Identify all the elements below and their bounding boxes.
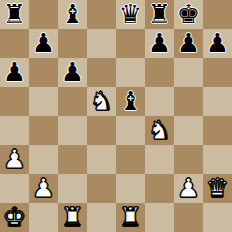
square-g6[interactable]	[174, 58, 203, 87]
square-d3[interactable]	[87, 145, 116, 174]
square-a5[interactable]	[0, 87, 29, 116]
square-a3[interactable]: ♟	[0, 145, 29, 174]
square-b3[interactable]	[29, 145, 58, 174]
square-g3[interactable]	[174, 145, 203, 174]
white-rook-piece: ♜	[119, 203, 142, 232]
black-pawn-piece: ♟	[32, 29, 55, 58]
square-e3[interactable]	[116, 145, 145, 174]
square-g1[interactable]	[174, 203, 203, 232]
square-e2[interactable]	[116, 174, 145, 203]
square-b6[interactable]	[29, 58, 58, 87]
square-f3[interactable]	[145, 145, 174, 174]
square-e4[interactable]	[116, 116, 145, 145]
square-b1[interactable]	[29, 203, 58, 232]
black-rook-piece: ♜	[148, 0, 171, 29]
square-f2[interactable]	[145, 174, 174, 203]
square-g5[interactable]	[174, 87, 203, 116]
square-f1[interactable]	[145, 203, 174, 232]
square-g8[interactable]: ♚	[174, 0, 203, 29]
square-f4[interactable]: ♞	[145, 116, 174, 145]
square-c6[interactable]: ♟	[58, 58, 87, 87]
square-a1[interactable]: ♚	[0, 203, 29, 232]
square-e1[interactable]: ♜	[116, 203, 145, 232]
white-queen-piece: ♛	[206, 174, 229, 203]
square-g7[interactable]: ♟	[174, 29, 203, 58]
black-bishop-piece: ♝	[119, 87, 142, 116]
square-b4[interactable]	[29, 116, 58, 145]
square-d7[interactable]	[87, 29, 116, 58]
square-a2[interactable]	[0, 174, 29, 203]
square-h1[interactable]	[203, 203, 232, 232]
square-g4[interactable]	[174, 116, 203, 145]
square-c5[interactable]	[58, 87, 87, 116]
black-pawn-piece: ♟	[177, 29, 200, 58]
square-c3[interactable]	[58, 145, 87, 174]
square-f8[interactable]: ♜	[145, 0, 174, 29]
square-f5[interactable]	[145, 87, 174, 116]
square-h8[interactable]	[203, 0, 232, 29]
black-pawn-piece: ♟	[206, 29, 229, 58]
black-pawn-piece: ♟	[61, 58, 84, 87]
square-b8[interactable]	[29, 0, 58, 29]
square-h2[interactable]: ♛	[203, 174, 232, 203]
white-knight-piece: ♞	[90, 87, 113, 116]
white-king-piece: ♚	[3, 203, 26, 232]
white-knight-piece: ♞	[148, 116, 171, 145]
black-rook-piece: ♜	[3, 0, 26, 29]
square-c4[interactable]	[58, 116, 87, 145]
square-c8[interactable]: ♝	[58, 0, 87, 29]
black-bishop-piece: ♝	[61, 0, 84, 29]
square-f7[interactable]: ♟	[145, 29, 174, 58]
square-e7[interactable]	[116, 29, 145, 58]
black-queen-piece: ♛	[119, 0, 142, 29]
black-pawn-piece: ♟	[3, 58, 26, 87]
square-d6[interactable]	[87, 58, 116, 87]
square-a7[interactable]	[0, 29, 29, 58]
square-h5[interactable]	[203, 87, 232, 116]
square-c1[interactable]: ♜	[58, 203, 87, 232]
square-h4[interactable]	[203, 116, 232, 145]
square-e5[interactable]: ♝	[116, 87, 145, 116]
square-a6[interactable]: ♟	[0, 58, 29, 87]
square-d8[interactable]	[87, 0, 116, 29]
square-b2[interactable]: ♟	[29, 174, 58, 203]
square-f6[interactable]	[145, 58, 174, 87]
square-b5[interactable]	[29, 87, 58, 116]
square-h6[interactable]	[203, 58, 232, 87]
square-a4[interactable]	[0, 116, 29, 145]
black-pawn-piece: ♟	[148, 29, 171, 58]
square-d1[interactable]	[87, 203, 116, 232]
white-pawn-piece: ♟	[177, 174, 200, 203]
white-pawn-piece: ♟	[3, 145, 26, 174]
black-king-piece: ♚	[177, 0, 200, 29]
square-h3[interactable]	[203, 145, 232, 174]
white-pawn-piece: ♟	[32, 174, 55, 203]
white-rook-piece: ♜	[61, 203, 84, 232]
square-e8[interactable]: ♛	[116, 0, 145, 29]
square-h7[interactable]: ♟	[203, 29, 232, 58]
square-a8[interactable]: ♜	[0, 0, 29, 29]
square-b7[interactable]: ♟	[29, 29, 58, 58]
chess-board: ♜♝♛♜♚♟♟♟♟♟♟♞♝♞♟♟♟♛♚♜♜	[0, 0, 232, 232]
square-g2[interactable]: ♟	[174, 174, 203, 203]
square-e6[interactable]	[116, 58, 145, 87]
square-c2[interactable]	[58, 174, 87, 203]
square-d5[interactable]: ♞	[87, 87, 116, 116]
square-d2[interactable]	[87, 174, 116, 203]
square-c7[interactable]	[58, 29, 87, 58]
square-d4[interactable]	[87, 116, 116, 145]
